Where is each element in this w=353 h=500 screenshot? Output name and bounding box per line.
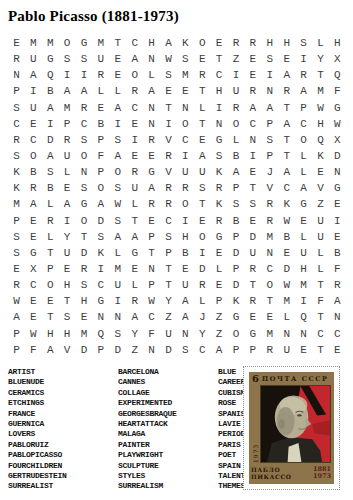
- grid-cell: P: [160, 245, 177, 261]
- grid-cell: S: [244, 196, 261, 212]
- grid-cell: S: [261, 132, 278, 148]
- grid-cell: K: [211, 196, 228, 212]
- word-item: HEARTATTACK: [118, 419, 218, 429]
- grid-cell: Y: [160, 293, 177, 309]
- grid-cell: D: [76, 342, 93, 358]
- grid-cell: R: [25, 180, 42, 196]
- grid-cell: B: [228, 148, 245, 164]
- grid-cell: T: [160, 277, 177, 293]
- grid-cell: E: [244, 309, 261, 325]
- grid-cell: E: [244, 213, 261, 229]
- grid-cell: I: [329, 213, 346, 229]
- grid-cell: N: [143, 261, 160, 277]
- grid-cell: E: [25, 229, 42, 245]
- grid-cell: W: [160, 51, 177, 67]
- grid-cell: M: [312, 83, 329, 99]
- grid-cell: A: [76, 83, 93, 99]
- grid-cell: G: [76, 196, 93, 212]
- grid-cell: X: [329, 51, 346, 67]
- grid-cell: P: [42, 261, 59, 277]
- grid-cell: Z: [160, 309, 177, 325]
- grid-cell: D: [76, 245, 93, 261]
- grid-cell: K: [312, 148, 329, 164]
- grid-cell: R: [261, 213, 278, 229]
- grid-cell: B: [278, 229, 295, 245]
- grid-cell: R: [143, 196, 160, 212]
- word-item: SURREALISM: [118, 481, 218, 491]
- grid-cell: O: [25, 148, 42, 164]
- grid-cell: E: [244, 67, 261, 83]
- grid-cell: R: [59, 132, 76, 148]
- grid-cell: A: [295, 180, 312, 196]
- grid-cell: R: [261, 342, 278, 358]
- stamp-footer: ПАБЛО ПИКАССО 1881 1973: [251, 463, 331, 482]
- grid-cell: P: [8, 326, 25, 342]
- grid-cell: A: [278, 116, 295, 132]
- grid-cell: U: [160, 326, 177, 342]
- grid-cell: E: [194, 132, 211, 148]
- grid-cell: B: [42, 180, 59, 196]
- grid-cell: P: [8, 342, 25, 358]
- grid-cell: I: [295, 293, 312, 309]
- grid-cell: D: [244, 229, 261, 245]
- grid-cell: W: [278, 213, 295, 229]
- grid-cell: T: [312, 277, 329, 293]
- grid-cell: R: [126, 83, 143, 99]
- grid-cell: A: [42, 342, 59, 358]
- grid-cell: C: [143, 309, 160, 325]
- grid-cell: T: [278, 100, 295, 116]
- grid-cell: U: [25, 100, 42, 116]
- grid-cell: Y: [59, 229, 76, 245]
- grid-cell: O: [59, 35, 76, 51]
- grid-cell: D: [42, 132, 59, 148]
- grid-cell: T: [261, 293, 278, 309]
- grid-cell: R: [160, 148, 177, 164]
- grid-cell: E: [261, 309, 278, 325]
- grid-cell: A: [126, 229, 143, 245]
- grid-cell: I: [228, 67, 245, 83]
- grid-cell: S: [76, 51, 93, 67]
- grid-cell: G: [126, 245, 143, 261]
- grid-cell: S: [109, 213, 126, 229]
- grid-cell: H: [211, 83, 228, 99]
- grid-cell: A: [244, 100, 261, 116]
- grid-cell: L: [42, 196, 59, 212]
- grid-cell: S: [76, 180, 93, 196]
- grid-cell: E: [8, 35, 25, 51]
- word-item: SCULPTURE: [118, 461, 218, 471]
- grid-cell: T: [278, 148, 295, 164]
- grid-cell: N: [329, 164, 346, 180]
- worksheet-page: Pablo Picasso (1881-1973) EMMOGMTCHAKOER…: [0, 0, 353, 500]
- grid-cell: D: [194, 261, 211, 277]
- grid-cell: K: [92, 245, 109, 261]
- grid-cell: Z: [211, 309, 228, 325]
- grid-cell: M: [109, 261, 126, 277]
- grid-cell: U: [244, 245, 261, 261]
- grid-cell: P: [261, 148, 278, 164]
- grid-cell: A: [109, 148, 126, 164]
- grid-cell: E: [211, 245, 228, 261]
- grid-cell: P: [228, 229, 245, 245]
- word-item: ARTIST: [8, 367, 118, 377]
- grid-cell: W: [8, 293, 25, 309]
- grid-cell: B: [42, 83, 59, 99]
- grid-cell: G: [92, 293, 109, 309]
- grid-cell: S: [160, 229, 177, 245]
- grid-cell: L: [312, 261, 329, 277]
- grid-cell: K: [278, 196, 295, 212]
- grid-cell: T: [194, 83, 211, 99]
- word-item: BARCELONA: [118, 367, 218, 377]
- grid-cell: A: [59, 83, 76, 99]
- grid-cell: A: [278, 164, 295, 180]
- grid-cell: T: [194, 196, 211, 212]
- grid-cell: A: [329, 293, 346, 309]
- grid-cell: A: [211, 342, 228, 358]
- grid-cell: P: [228, 180, 245, 196]
- grid-cell: A: [143, 180, 160, 196]
- grid-cell: G: [244, 326, 261, 342]
- grid-cell: E: [143, 148, 160, 164]
- grid-cell: I: [261, 67, 278, 83]
- grid-cell: X: [329, 132, 346, 148]
- grid-cell: C: [160, 213, 177, 229]
- grid-cell: U: [59, 148, 76, 164]
- grid-cell: E: [160, 83, 177, 99]
- grid-cell: L: [109, 83, 126, 99]
- grid-cell: W: [143, 293, 160, 309]
- grid-cell: E: [295, 342, 312, 358]
- grid-cell: F: [329, 83, 346, 99]
- grid-cell: I: [194, 245, 211, 261]
- grid-cell: E: [244, 164, 261, 180]
- grid-cell: O: [261, 277, 278, 293]
- grid-cell: O: [228, 326, 245, 342]
- grid-cell: T: [211, 51, 228, 67]
- grid-cell: N: [278, 326, 295, 342]
- grid-cell: K: [8, 164, 25, 180]
- grid-cell: G: [329, 100, 346, 116]
- grid-cell: N: [143, 100, 160, 116]
- grid-cell: G: [329, 180, 346, 196]
- grid-cell: M: [25, 35, 42, 51]
- grid-cell: T: [244, 180, 261, 196]
- grid-cell: A: [8, 309, 25, 325]
- grid-cell: C: [25, 132, 42, 148]
- grid-cell: N: [76, 164, 93, 180]
- stamp-years: 1881 1973: [313, 466, 331, 480]
- grid-cell: V: [160, 132, 177, 148]
- grid-cell: S: [8, 148, 25, 164]
- grid-cell: T: [59, 293, 76, 309]
- stamp-header: 6 ПОЧТА СССР: [251, 373, 331, 385]
- grid-cell: C: [278, 180, 295, 196]
- grid-cell: S: [8, 229, 25, 245]
- grid-cell: N: [143, 342, 160, 358]
- grid-cell: D: [228, 245, 245, 261]
- grid-cell: A: [177, 293, 194, 309]
- grid-cell: S: [194, 180, 211, 196]
- grid-cell: I: [109, 293, 126, 309]
- grid-cell: S: [92, 229, 109, 245]
- grid-cell: A: [92, 196, 109, 212]
- grid-cell: J: [194, 309, 211, 325]
- grid-cell: E: [76, 309, 93, 325]
- grid-cell: R: [211, 180, 228, 196]
- grid-cell: G: [211, 229, 228, 245]
- grid-cell: P: [92, 132, 109, 148]
- grid-cell: N: [295, 326, 312, 342]
- grid-cell: E: [143, 213, 160, 229]
- grid-cell: L: [194, 293, 211, 309]
- grid-cell: L: [295, 164, 312, 180]
- grid-cell: W: [25, 326, 42, 342]
- grid-cell: D: [160, 342, 177, 358]
- grid-cell: M: [177, 67, 194, 83]
- grid-cell: Z: [211, 326, 228, 342]
- grid-cell: E: [126, 148, 143, 164]
- grid-cell: T: [76, 229, 93, 245]
- grid-cell: H: [42, 326, 59, 342]
- grid-cell: A: [42, 100, 59, 116]
- grid-cell: N: [92, 309, 109, 325]
- grid-cell: G: [228, 309, 245, 325]
- grid-cell: O: [109, 164, 126, 180]
- grid-cell: F: [329, 261, 346, 277]
- grid-cell: U: [177, 164, 194, 180]
- grid-cell: N: [261, 245, 278, 261]
- grid-cell: R: [244, 261, 261, 277]
- grid-cell: R: [261, 196, 278, 212]
- grid-cell: H: [59, 277, 76, 293]
- grid-cell: P: [228, 261, 245, 277]
- word-item: COLLAGE: [118, 388, 218, 398]
- grid-cell: Y: [126, 326, 143, 342]
- picasso-stamp: 6 ПОЧТА СССР 1973: [243, 366, 340, 490]
- grid-cell: H: [295, 261, 312, 277]
- grid-cell: F: [312, 293, 329, 309]
- grid-cell: H: [329, 35, 346, 51]
- grid-cell: V: [312, 180, 329, 196]
- grid-cell: Z: [228, 51, 245, 67]
- grid-cell: N: [244, 132, 261, 148]
- grid-cell: L: [194, 100, 211, 116]
- grid-cell: R: [228, 35, 245, 51]
- grid-cell: R: [211, 213, 228, 229]
- grid-cell: L: [228, 132, 245, 148]
- grid-cell: E: [329, 229, 346, 245]
- grid-cell: A: [109, 229, 126, 245]
- grid-cell: U: [278, 342, 295, 358]
- grid-cell: A: [109, 100, 126, 116]
- grid-cell: S: [76, 277, 93, 293]
- grid-cell: E: [126, 116, 143, 132]
- grid-cell: Q: [329, 67, 346, 83]
- grid-cell: C: [25, 277, 42, 293]
- stamp-postal-text: ПОЧТА СССР: [262, 375, 329, 383]
- grid-cell: L: [126, 196, 143, 212]
- grid-cell: L: [211, 261, 228, 277]
- grid-cell: L: [312, 245, 329, 261]
- grid-cell: L: [92, 83, 109, 99]
- word-item: GERTRUDESTEIN: [8, 471, 118, 481]
- grid-cell: T: [160, 100, 177, 116]
- grid-cell: E: [194, 213, 211, 229]
- grid-cell: S: [42, 164, 59, 180]
- grid-cell: N: [109, 309, 126, 325]
- grid-cell: C: [8, 116, 25, 132]
- grid-cell: R: [177, 180, 194, 196]
- word-item: CERAMICS: [8, 388, 118, 398]
- grid-cell: E: [278, 245, 295, 261]
- grid-cell: R: [244, 293, 261, 309]
- grid-cell: U: [126, 180, 143, 196]
- word-item: MALAGA: [118, 429, 218, 439]
- grid-cell: B: [177, 245, 194, 261]
- grid-cell: S: [109, 180, 126, 196]
- grid-cell: E: [109, 67, 126, 83]
- grid-cell: M: [92, 35, 109, 51]
- grid-cell: C: [177, 132, 194, 148]
- grid-cell: U: [194, 164, 211, 180]
- grid-cell: R: [92, 67, 109, 83]
- word-item: GUERNICA: [8, 419, 118, 429]
- grid-cell: I: [59, 213, 76, 229]
- grid-cell: T: [42, 309, 59, 325]
- word-item: PAINTER: [118, 440, 218, 450]
- grid-cell: N: [8, 67, 25, 83]
- grid-cell: H: [59, 326, 76, 342]
- grid-cell: E: [126, 261, 143, 277]
- grid-cell: A: [261, 100, 278, 116]
- word-list-column: BARCELONACANNESCOLLAGEEXPERIMENTEDGEORGE…: [118, 367, 218, 492]
- grid-cell: S: [295, 35, 312, 51]
- grid-cell: U: [295, 245, 312, 261]
- grid-cell: L: [295, 229, 312, 245]
- grid-cell: I: [59, 67, 76, 83]
- grid-cell: U: [177, 277, 194, 293]
- grid-cell: E: [109, 51, 126, 67]
- grid-cell: D: [329, 148, 346, 164]
- grid-cell: E: [312, 164, 329, 180]
- grid-cell: M: [8, 196, 25, 212]
- grid-cell: E: [329, 196, 346, 212]
- grid-cell: O: [194, 35, 211, 51]
- grid-cell: L: [295, 148, 312, 164]
- grid-cell: D: [92, 213, 109, 229]
- grid-cell: N: [143, 51, 160, 67]
- grid-cell: Y: [194, 326, 211, 342]
- grid-cell: R: [8, 277, 25, 293]
- grid-cell: U: [228, 83, 245, 99]
- stamp-name-line1: ПАБЛО: [251, 466, 292, 473]
- grid-cell: M: [261, 229, 278, 245]
- stamp-name-line2: ПИКАССО: [251, 473, 292, 480]
- grid-cell: C: [126, 100, 143, 116]
- grid-cell: Z: [126, 342, 143, 358]
- grid-cell: T: [160, 261, 177, 277]
- grid-cell: I: [92, 261, 109, 277]
- grid-cell: O: [177, 116, 194, 132]
- grid-cell: O: [228, 116, 245, 132]
- grid-cell: S: [109, 132, 126, 148]
- grid-cell: O: [126, 67, 143, 83]
- grid-cell: W: [278, 277, 295, 293]
- grid-cell: R: [76, 100, 93, 116]
- grid-cell: E: [59, 180, 76, 196]
- grid-cell: B: [25, 164, 42, 180]
- grid-cell: E: [42, 293, 59, 309]
- grid-cell: E: [25, 309, 42, 325]
- grid-cell: C: [126, 35, 143, 51]
- grid-cell: P: [143, 229, 160, 245]
- grid-cell: P: [244, 342, 261, 358]
- grid-cell: A: [25, 196, 42, 212]
- grid-cell: R: [42, 213, 59, 229]
- grid-cell: I: [177, 213, 194, 229]
- grid-cell: L: [59, 164, 76, 180]
- grid-cell: C: [194, 342, 211, 358]
- grid-cell: R: [194, 277, 211, 293]
- grid-cell: W: [312, 100, 329, 116]
- grid-cell: P: [8, 83, 25, 99]
- grid-cell: E: [25, 116, 42, 132]
- grid-cell: H: [312, 116, 329, 132]
- grid-cell: L: [278, 309, 295, 325]
- grid-cell: O: [76, 148, 93, 164]
- grid-cell: R: [160, 196, 177, 212]
- grid-cell: B: [92, 116, 109, 132]
- grid-cell: I: [211, 100, 228, 116]
- grid-cell: E: [25, 293, 42, 309]
- word-item: STYLES: [118, 471, 218, 481]
- grid-cell: O: [194, 229, 211, 245]
- grid-cell: I: [42, 116, 59, 132]
- puzzle-title: Pablo Picasso (1881-1973): [8, 8, 179, 25]
- grid-cell: L: [312, 35, 329, 51]
- picasso-portrait-icon: [261, 386, 330, 462]
- grid-cell: M: [278, 293, 295, 309]
- word-item: EXPERIMENTED: [118, 398, 218, 408]
- grid-cell: B: [329, 245, 346, 261]
- grid-cell: O: [295, 132, 312, 148]
- grid-cell: Q: [42, 67, 59, 83]
- grid-cell: E: [329, 342, 346, 358]
- grid-cell: H: [177, 229, 194, 245]
- grid-cell: G: [42, 51, 59, 67]
- grid-cell: E: [25, 213, 42, 229]
- grid-cell: E: [177, 261, 194, 277]
- word-item: FRANCE: [8, 409, 118, 419]
- grid-cell: S: [177, 51, 194, 67]
- grid-cell: A: [126, 309, 143, 325]
- grid-cell: C: [92, 277, 109, 293]
- grid-cell: H: [76, 293, 93, 309]
- grid-cell: R: [8, 132, 25, 148]
- stamp-side-year: 1973: [252, 387, 259, 463]
- grid-cell: R: [228, 100, 245, 116]
- word-item: FOURCHILDREN: [8, 461, 118, 471]
- grid-cell: Q: [92, 326, 109, 342]
- grid-cell: K: [8, 180, 25, 196]
- grid-cell: M: [295, 277, 312, 293]
- grid-cell: R: [244, 35, 261, 51]
- grid-cell: L: [109, 245, 126, 261]
- grid-cell: U: [312, 213, 329, 229]
- grid-cell: O: [92, 180, 109, 196]
